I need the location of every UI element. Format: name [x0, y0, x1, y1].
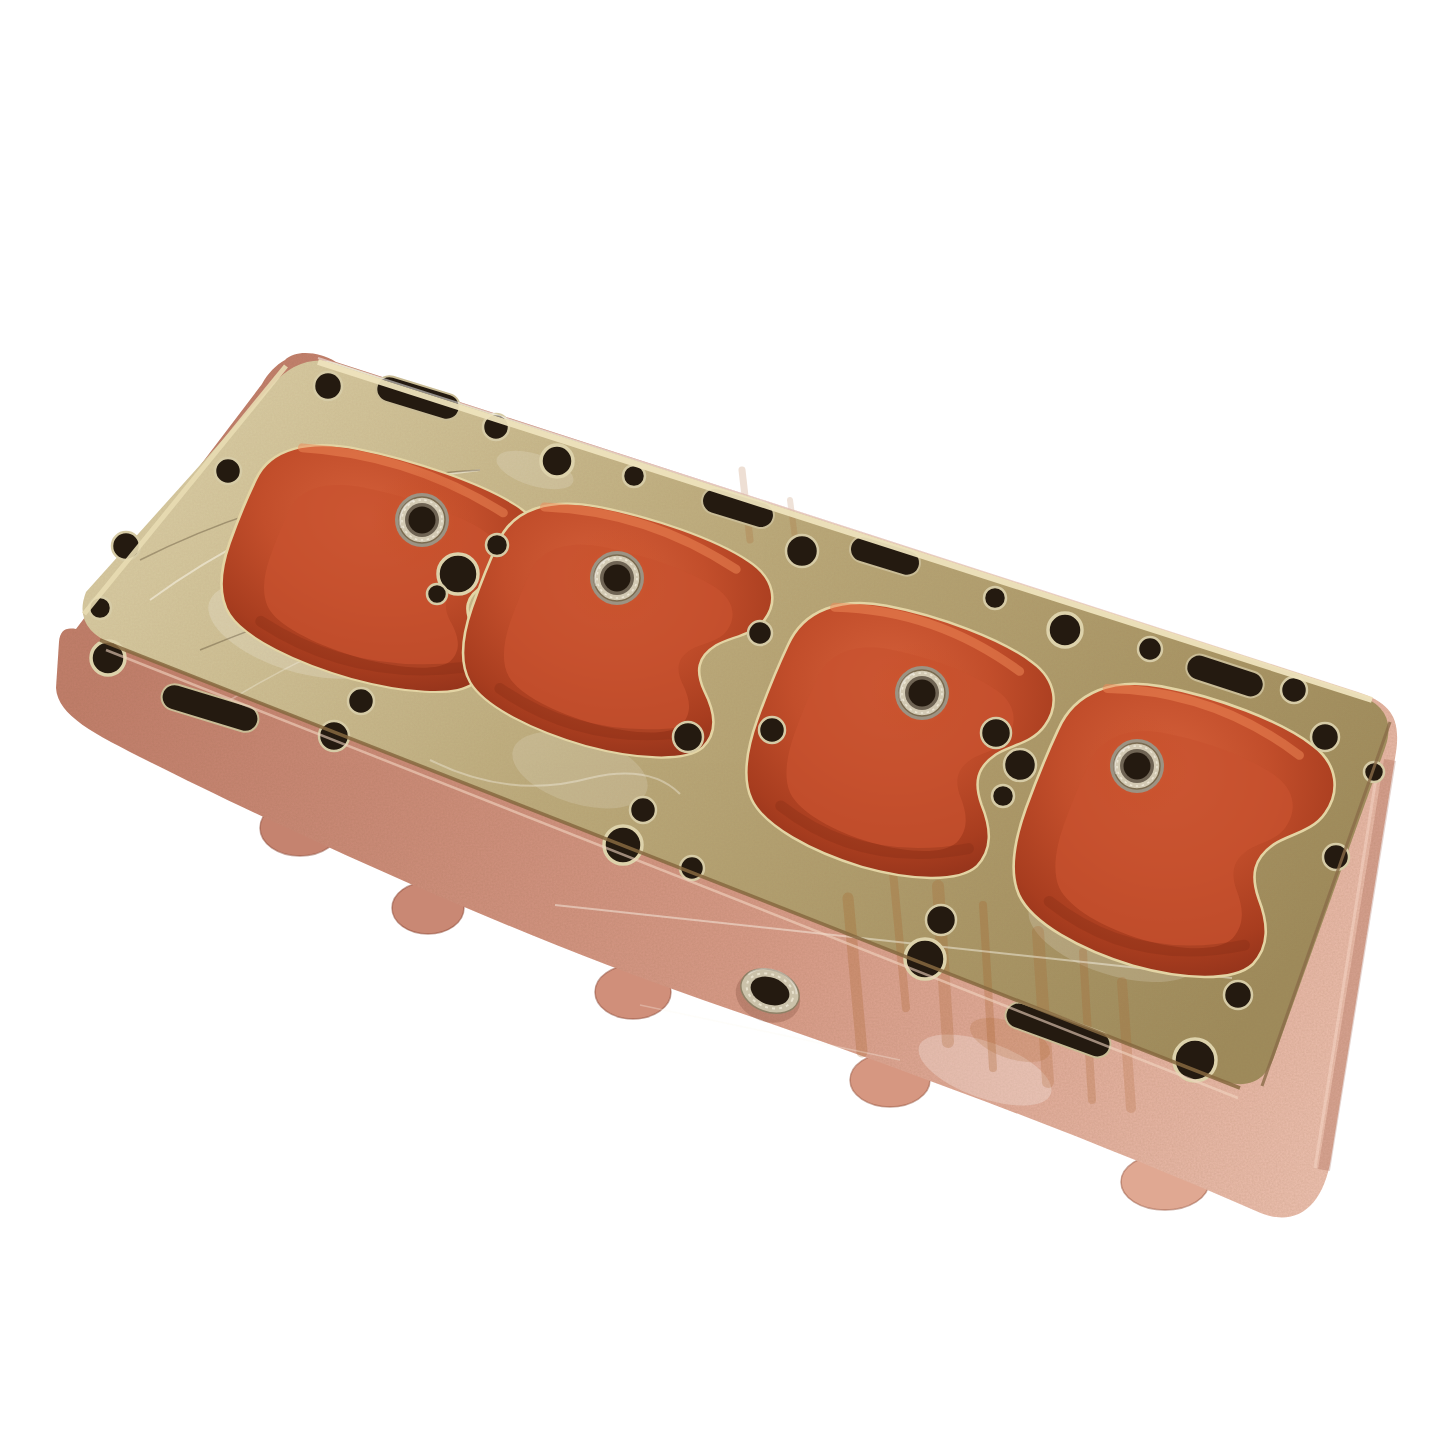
spark-plug-port-2 — [590, 551, 644, 605]
product-photo: Vintage 4-cylinder flathead engine cylin… — [0, 0, 1445, 1445]
spark-plug-port-4 — [1110, 739, 1164, 793]
spark-plug-port-1 — [395, 493, 449, 547]
cylinder-head-photo — [0, 0, 1445, 1445]
spark-plug-port-3 — [895, 666, 949, 720]
